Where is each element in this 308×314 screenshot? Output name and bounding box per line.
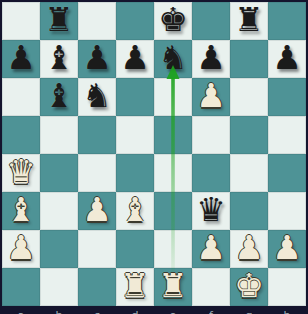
white-king[interactable]: ♚: [234, 267, 264, 305]
square-g5[interactable]: [230, 116, 268, 154]
black-pawn[interactable]: ♟: [6, 39, 36, 77]
white-pawn[interactable]: ♟: [196, 229, 226, 267]
white-rook[interactable]: ♜: [158, 267, 188, 305]
black-rook[interactable]: ♜: [234, 1, 264, 39]
square-d1[interactable]: ♜: [116, 268, 154, 306]
square-a5[interactable]: [2, 116, 40, 154]
board-grid: ♜♚♜♟♝♟♟♞♟♟♝♞♟♛♝♟♝♛♟♟♟♟♜♜♚: [2, 2, 306, 306]
square-h2[interactable]: ♟: [268, 230, 306, 268]
square-b2[interactable]: [40, 230, 78, 268]
square-c7[interactable]: ♟: [78, 40, 116, 78]
black-queen[interactable]: ♛: [196, 191, 226, 229]
file-labels-strip: abcdefgh: [2, 306, 306, 314]
black-pawn[interactable]: ♟: [82, 39, 112, 77]
file-label-e: e: [170, 310, 177, 314]
square-b5[interactable]: [40, 116, 78, 154]
square-c8[interactable]: [78, 2, 116, 40]
white-pawn[interactable]: ♟: [272, 229, 302, 267]
square-a1[interactable]: [2, 268, 40, 306]
square-e2[interactable]: [154, 230, 192, 268]
square-f6[interactable]: ♟: [192, 78, 230, 116]
square-e7[interactable]: ♞: [154, 40, 192, 78]
black-king[interactable]: ♚: [158, 1, 188, 39]
white-pawn[interactable]: ♟: [82, 191, 112, 229]
square-e5[interactable]: [154, 116, 192, 154]
square-h3[interactable]: [268, 192, 306, 230]
square-d4[interactable]: [116, 154, 154, 192]
chess-board-frame: ♜♚♜♟♝♟♟♞♟♟♝♞♟♛♝♟♝♛♟♟♟♟♜♜♚ abcdefgh: [0, 0, 308, 314]
square-c4[interactable]: [78, 154, 116, 192]
square-d7[interactable]: ♟: [116, 40, 154, 78]
square-e3[interactable]: [154, 192, 192, 230]
square-a4[interactable]: ♛: [2, 154, 40, 192]
square-f1[interactable]: [192, 268, 230, 306]
white-pawn[interactable]: ♟: [234, 229, 264, 267]
file-label-b: b: [56, 310, 63, 314]
square-h7[interactable]: ♟: [268, 40, 306, 78]
square-g2[interactable]: ♟: [230, 230, 268, 268]
black-bishop[interactable]: ♝: [44, 77, 74, 115]
square-h1[interactable]: [268, 268, 306, 306]
square-c1[interactable]: [78, 268, 116, 306]
square-c6[interactable]: ♞: [78, 78, 116, 116]
square-g6[interactable]: [230, 78, 268, 116]
square-c5[interactable]: [78, 116, 116, 154]
square-d6[interactable]: [116, 78, 154, 116]
square-a8[interactable]: [2, 2, 40, 40]
white-queen[interactable]: ♛: [6, 153, 36, 191]
white-pawn[interactable]: ♟: [6, 229, 36, 267]
square-b4[interactable]: [40, 154, 78, 192]
square-d3[interactable]: ♝: [116, 192, 154, 230]
square-d5[interactable]: [116, 116, 154, 154]
square-g4[interactable]: [230, 154, 268, 192]
file-label-f: f: [209, 310, 213, 314]
square-d2[interactable]: [116, 230, 154, 268]
black-pawn[interactable]: ♟: [120, 39, 150, 77]
square-e4[interactable]: [154, 154, 192, 192]
square-f4[interactable]: [192, 154, 230, 192]
square-b1[interactable]: [40, 268, 78, 306]
square-g3[interactable]: [230, 192, 268, 230]
square-e1[interactable]: ♜: [154, 268, 192, 306]
square-f8[interactable]: [192, 2, 230, 40]
square-g8[interactable]: ♜: [230, 2, 268, 40]
square-b3[interactable]: [40, 192, 78, 230]
file-label-a: a: [18, 310, 25, 314]
white-bishop[interactable]: ♝: [6, 191, 36, 229]
square-a2[interactable]: ♟: [2, 230, 40, 268]
square-c2[interactable]: [78, 230, 116, 268]
square-e6[interactable]: [154, 78, 192, 116]
file-label-g: g: [246, 310, 253, 314]
square-e8[interactable]: ♚: [154, 2, 192, 40]
square-f7[interactable]: ♟: [192, 40, 230, 78]
square-b7[interactable]: ♝: [40, 40, 78, 78]
square-f5[interactable]: [192, 116, 230, 154]
file-label-h: h: [284, 310, 291, 314]
square-h6[interactable]: [268, 78, 306, 116]
black-rook[interactable]: ♜: [44, 1, 74, 39]
square-g7[interactable]: [230, 40, 268, 78]
white-bishop[interactable]: ♝: [120, 191, 150, 229]
white-rook[interactable]: ♜: [120, 267, 150, 305]
black-knight[interactable]: ♞: [158, 39, 188, 77]
square-h5[interactable]: [268, 116, 306, 154]
square-b6[interactable]: ♝: [40, 78, 78, 116]
black-knight[interactable]: ♞: [82, 77, 112, 115]
square-h4[interactable]: [268, 154, 306, 192]
file-label-d: d: [132, 310, 139, 314]
black-pawn[interactable]: ♟: [272, 39, 302, 77]
square-a7[interactable]: ♟: [2, 40, 40, 78]
file-label-c: c: [94, 310, 100, 314]
black-pawn[interactable]: ♟: [196, 39, 226, 77]
square-d8[interactable]: [116, 2, 154, 40]
square-f2[interactable]: ♟: [192, 230, 230, 268]
square-f3[interactable]: ♛: [192, 192, 230, 230]
black-bishop[interactable]: ♝: [44, 39, 74, 77]
square-c3[interactable]: ♟: [78, 192, 116, 230]
square-a3[interactable]: ♝: [2, 192, 40, 230]
square-h8[interactable]: [268, 2, 306, 40]
white-pawn[interactable]: ♟: [196, 77, 226, 115]
square-g1[interactable]: ♚: [230, 268, 268, 306]
square-b8[interactable]: ♜: [40, 2, 78, 40]
square-a6[interactable]: [2, 78, 40, 116]
